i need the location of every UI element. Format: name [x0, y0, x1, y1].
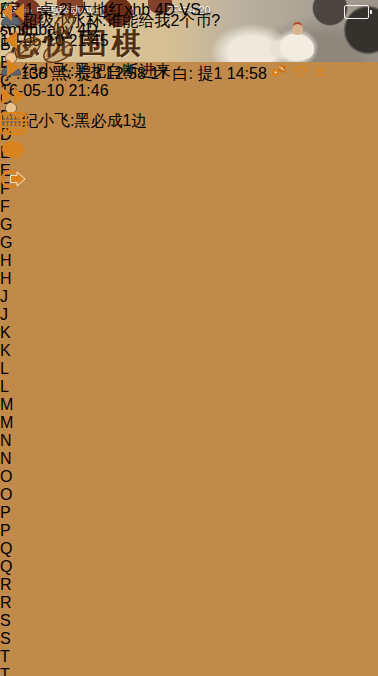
chat-message-row: 纪小飞:黑必成1边 [0, 100, 220, 132]
scales-icon [292, 62, 309, 79]
coord-letter-top: H [0, 252, 18, 270]
coord-letter-top: P [0, 504, 18, 522]
abacus-icon [0, 112, 27, 135]
coord-letter-top: K [0, 324, 18, 342]
coord-letter-bottom: L [0, 378, 18, 396]
back-button[interactable] [0, 28, 27, 56]
coord-letter-top: N [0, 432, 18, 450]
coord-letter-top: J [0, 288, 18, 306]
coord-letter-top: L [0, 360, 18, 378]
coord-letter-bottom: Q [0, 558, 18, 576]
right-arrow-icon [0, 56, 24, 80]
double-right-arrow-icon [0, 84, 26, 108]
coord-letter-top: T [0, 648, 18, 666]
forward-button[interactable] [0, 56, 27, 84]
exit-button[interactable] [0, 167, 27, 195]
coord-letter-bottom: M [0, 414, 18, 432]
dice-button[interactable] [271, 65, 291, 82]
coord-letter-bottom: P [0, 522, 18, 540]
coord-letter-top: M [0, 396, 18, 414]
coord-letter-bottom: F [0, 198, 18, 216]
coord-letter-bottom: O [0, 486, 18, 504]
coord-letter-bottom: S [0, 630, 18, 648]
count-button[interactable] [0, 112, 27, 139]
coord-letter-bottom: T [0, 666, 18, 676]
dice-icon [271, 63, 287, 79]
coord-letter-bottom: G [0, 234, 18, 252]
coord-letter-top: O [0, 468, 18, 486]
menu-icon [313, 64, 328, 79]
coord-letter-top: R [0, 576, 18, 594]
coord-letter-bottom: J [0, 306, 18, 324]
toolbar [0, 0, 27, 195]
chat-panel: [房:1 桌:2] 大地红xhb 4D VS smithbaby 4D 超级小水… [0, 0, 220, 132]
double-left-arrow-icon [0, 0, 26, 24]
chat-timestamp: 16-05-10 21:46 [0, 82, 220, 100]
coord-letter-bottom: K [0, 342, 18, 360]
coord-letter-top: Q [0, 540, 18, 558]
speech-bubble-icon [0, 139, 26, 163]
coord-letter-bottom: H [0, 270, 18, 288]
coord-letter-bottom: N [0, 450, 18, 468]
rewind-button[interactable] [0, 0, 27, 28]
chat-button[interactable] [0, 139, 27, 167]
painting-figure-head [292, 24, 303, 35]
exit-arrow-icon [0, 167, 26, 191]
chat-bubble: 纪小飞:黑必成1边 [22, 112, 147, 129]
battery-icon [344, 5, 372, 19]
menu-button[interactable] [313, 65, 328, 82]
left-arrow-icon [0, 28, 24, 52]
painting-figure [280, 34, 314, 60]
fast-forward-button[interactable] [0, 84, 27, 112]
coord-letter-bottom: R [0, 594, 18, 612]
coord-letter-top: G [0, 216, 18, 234]
coord-letter-top: S [0, 612, 18, 630]
score-button[interactable] [292, 65, 313, 82]
